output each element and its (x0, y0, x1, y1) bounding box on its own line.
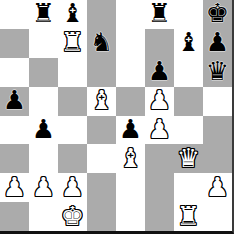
square-d7[interactable]: ♞ (87, 29, 116, 58)
square-c3[interactable] (58, 144, 87, 173)
piece-white-bishop[interactable]: ♝ (90, 87, 113, 113)
square-b8[interactable]: ♜ (29, 0, 58, 29)
square-h8[interactable]: ♚ (203, 0, 232, 29)
piece-white-pawn[interactable]: ♟ (61, 174, 84, 200)
square-f5[interactable]: ♟ (145, 87, 174, 116)
square-d3[interactable] (87, 144, 116, 173)
piece-white-pawn[interactable]: ♟ (148, 116, 171, 142)
square-c8[interactable]: ♝ (58, 0, 87, 29)
piece-black-bishop[interactable]: ♝ (177, 29, 200, 55)
square-e4[interactable]: ♟ (116, 116, 145, 145)
square-h7[interactable]: ♟ (203, 29, 232, 58)
square-b1[interactable] (29, 202, 58, 231)
piece-black-rook[interactable]: ♜ (32, 0, 55, 26)
square-e2[interactable] (116, 173, 145, 202)
piece-black-knight[interactable]: ♞ (90, 29, 113, 55)
square-b3[interactable] (29, 144, 58, 173)
chess-diagram: ♜♝♜♚♜♞♝♟♟♛♟♝♟♟♟♟♝♛♟♟♟♟♚♜ (0, 0, 234, 234)
piece-black-rook[interactable]: ♜ (148, 0, 171, 26)
chess-board: ♜♝♜♚♜♞♝♟♟♛♟♝♟♟♟♟♝♛♟♟♟♟♚♜ (0, 0, 234, 234)
square-g7[interactable]: ♝ (174, 29, 203, 58)
square-c6[interactable] (58, 58, 87, 87)
square-f4[interactable]: ♟ (145, 116, 174, 145)
square-h3[interactable] (203, 144, 232, 173)
piece-black-queen[interactable]: ♛ (206, 58, 229, 84)
square-a7[interactable] (0, 29, 29, 58)
square-f1[interactable] (145, 202, 174, 231)
piece-white-king[interactable]: ♚ (61, 203, 84, 229)
piece-white-rook[interactable]: ♜ (61, 29, 84, 55)
piece-black-pawn[interactable]: ♟ (119, 116, 142, 142)
square-h4[interactable] (203, 116, 232, 145)
square-a3[interactable] (0, 144, 29, 173)
square-h5[interactable] (203, 87, 232, 116)
square-f8[interactable]: ♜ (145, 0, 174, 29)
square-g8[interactable] (174, 0, 203, 29)
square-a6[interactable] (0, 58, 29, 87)
square-g3[interactable]: ♛ (174, 144, 203, 173)
piece-white-pawn[interactable]: ♟ (206, 174, 229, 200)
piece-black-bishop[interactable]: ♝ (61, 0, 84, 26)
square-b4[interactable]: ♟ (29, 116, 58, 145)
piece-white-pawn[interactable]: ♟ (32, 174, 55, 200)
square-c5[interactable] (58, 87, 87, 116)
piece-black-pawn[interactable]: ♟ (3, 87, 26, 113)
square-f2[interactable] (145, 173, 174, 202)
piece-black-pawn[interactable]: ♟ (148, 58, 171, 84)
square-h6[interactable]: ♛ (203, 58, 232, 87)
square-a2[interactable]: ♟ (0, 173, 29, 202)
square-g2[interactable] (174, 173, 203, 202)
piece-white-queen[interactable]: ♛ (177, 145, 200, 171)
square-c2[interactable]: ♟ (58, 173, 87, 202)
square-e7[interactable] (116, 29, 145, 58)
square-h2[interactable]: ♟ (203, 173, 232, 202)
square-f6[interactable]: ♟ (145, 58, 174, 87)
square-b7[interactable] (29, 29, 58, 58)
square-c4[interactable] (58, 116, 87, 145)
piece-white-pawn[interactable]: ♟ (148, 87, 171, 113)
square-d4[interactable] (87, 116, 116, 145)
piece-white-rook[interactable]: ♜ (177, 203, 200, 229)
square-a8[interactable] (0, 0, 29, 29)
piece-black-pawn[interactable]: ♟ (206, 29, 229, 55)
square-b5[interactable] (29, 87, 58, 116)
square-c7[interactable]: ♜ (58, 29, 87, 58)
square-b6[interactable] (29, 58, 58, 87)
square-g5[interactable] (174, 87, 203, 116)
square-e8[interactable] (116, 0, 145, 29)
square-e3[interactable]: ♝ (116, 144, 145, 173)
square-e1[interactable] (116, 202, 145, 231)
piece-black-king[interactable]: ♚ (206, 0, 229, 26)
square-a5[interactable]: ♟ (0, 87, 29, 116)
square-a1[interactable] (0, 202, 29, 231)
square-d5[interactable]: ♝ (87, 87, 116, 116)
square-e6[interactable] (116, 58, 145, 87)
piece-white-bishop[interactable]: ♝ (119, 145, 142, 171)
square-h1[interactable] (203, 202, 232, 231)
square-d1[interactable] (87, 202, 116, 231)
square-f7[interactable] (145, 29, 174, 58)
square-d6[interactable] (87, 58, 116, 87)
square-c1[interactable]: ♚ (58, 202, 87, 231)
piece-white-pawn[interactable]: ♟ (3, 174, 26, 200)
square-f3[interactable] (145, 144, 174, 173)
square-a4[interactable] (0, 116, 29, 145)
square-d8[interactable] (87, 0, 116, 29)
square-g4[interactable] (174, 116, 203, 145)
square-e5[interactable] (116, 87, 145, 116)
square-g6[interactable] (174, 58, 203, 87)
square-d2[interactable] (87, 173, 116, 202)
piece-black-pawn[interactable]: ♟ (32, 116, 55, 142)
square-b2[interactable]: ♟ (29, 173, 58, 202)
square-g1[interactable]: ♜ (174, 202, 203, 231)
